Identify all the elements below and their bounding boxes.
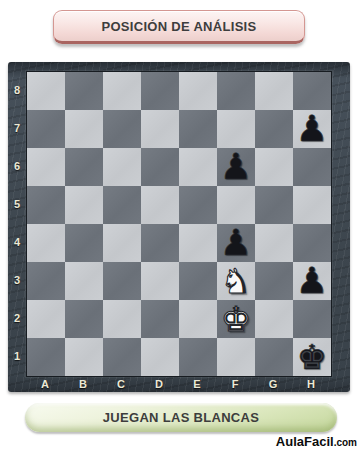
square-g1[interactable] bbox=[255, 338, 293, 376]
square-c8[interactable] bbox=[103, 72, 141, 110]
square-b6[interactable] bbox=[65, 148, 103, 186]
square-a4[interactable] bbox=[27, 224, 65, 262]
page: POSICIÓN DE ANÁLISIS 87654321 ♟♟♟♞♟♚♚ AB… bbox=[0, 0, 362, 452]
brand-name: AulaFacil bbox=[276, 434, 334, 449]
square-h6[interactable] bbox=[293, 148, 331, 186]
square-a5[interactable] bbox=[27, 186, 65, 224]
square-c1[interactable] bbox=[103, 338, 141, 376]
square-a6[interactable] bbox=[27, 148, 65, 186]
square-f3[interactable]: ♞ bbox=[217, 262, 255, 300]
turn-banner-label: JUEGAN LAS BLANCAS bbox=[103, 410, 259, 425]
file-label-b: B bbox=[64, 375, 102, 392]
square-d5[interactable] bbox=[141, 186, 179, 224]
square-f8[interactable] bbox=[217, 72, 255, 110]
square-c2[interactable] bbox=[103, 300, 141, 338]
square-a8[interactable] bbox=[27, 72, 65, 110]
black-pawn-h3: ♟ bbox=[296, 262, 328, 300]
square-d1[interactable] bbox=[141, 338, 179, 376]
square-e7[interactable] bbox=[179, 110, 217, 148]
black-pawn-f6: ♟ bbox=[220, 148, 252, 186]
square-f7[interactable] bbox=[217, 110, 255, 148]
square-b3[interactable] bbox=[65, 262, 103, 300]
square-f2[interactable]: ♚ bbox=[217, 300, 255, 338]
square-g3[interactable] bbox=[255, 262, 293, 300]
chess-board: 87654321 ♟♟♟♞♟♚♚ ABCDEFGH bbox=[8, 62, 350, 392]
brand-watermark: AulaFacil.com bbox=[276, 432, 357, 450]
square-h2[interactable] bbox=[293, 300, 331, 338]
rank-label-6: 6 bbox=[8, 147, 26, 185]
chess-board-grid: ♟♟♟♞♟♚♚ bbox=[26, 71, 332, 377]
square-d4[interactable] bbox=[141, 224, 179, 262]
square-b7[interactable] bbox=[65, 110, 103, 148]
rank-label-7: 7 bbox=[8, 109, 26, 147]
square-c4[interactable] bbox=[103, 224, 141, 262]
file-label-h: H bbox=[292, 375, 330, 392]
square-b1[interactable] bbox=[65, 338, 103, 376]
square-b5[interactable] bbox=[65, 186, 103, 224]
rank-label-4: 4 bbox=[8, 223, 26, 261]
analysis-title: POSICIÓN DE ANÁLISIS bbox=[101, 19, 256, 34]
square-f4[interactable]: ♟ bbox=[217, 224, 255, 262]
square-b4[interactable] bbox=[65, 224, 103, 262]
file-label-c: C bbox=[102, 375, 140, 392]
square-d7[interactable] bbox=[141, 110, 179, 148]
square-f6[interactable]: ♟ bbox=[217, 148, 255, 186]
file-label-e: E bbox=[178, 375, 216, 392]
black-king-h1: ♚ bbox=[297, 338, 327, 376]
square-h3[interactable]: ♟ bbox=[293, 262, 331, 300]
square-b8[interactable] bbox=[65, 72, 103, 110]
square-h5[interactable] bbox=[293, 186, 331, 224]
square-d2[interactable] bbox=[141, 300, 179, 338]
square-a3[interactable] bbox=[27, 262, 65, 300]
file-label-g: G bbox=[254, 375, 292, 392]
rank-label-1: 1 bbox=[8, 337, 26, 375]
square-h8[interactable] bbox=[293, 72, 331, 110]
square-d6[interactable] bbox=[141, 148, 179, 186]
file-labels: ABCDEFGH bbox=[26, 375, 330, 392]
rank-label-2: 2 bbox=[8, 299, 26, 337]
square-f5[interactable] bbox=[217, 186, 255, 224]
square-e2[interactable] bbox=[179, 300, 217, 338]
white-knight-f3: ♞ bbox=[221, 262, 251, 300]
square-e1[interactable] bbox=[179, 338, 217, 376]
square-h7[interactable]: ♟ bbox=[293, 110, 331, 148]
turn-banner: JUEGAN LAS BLANCAS bbox=[25, 403, 337, 432]
square-g8[interactable] bbox=[255, 72, 293, 110]
analysis-title-banner: POSICIÓN DE ANÁLISIS bbox=[53, 10, 305, 44]
rank-label-3: 3 bbox=[8, 261, 26, 299]
square-b2[interactable] bbox=[65, 300, 103, 338]
square-g5[interactable] bbox=[255, 186, 293, 224]
square-a7[interactable] bbox=[27, 110, 65, 148]
brand-domain-suffix: .com bbox=[334, 437, 357, 448]
white-king-f2: ♚ bbox=[221, 300, 251, 338]
square-a1[interactable] bbox=[27, 338, 65, 376]
rank-labels: 87654321 bbox=[8, 71, 26, 375]
square-g2[interactable] bbox=[255, 300, 293, 338]
square-g6[interactable] bbox=[255, 148, 293, 186]
square-h1[interactable]: ♚ bbox=[293, 338, 331, 376]
square-e4[interactable] bbox=[179, 224, 217, 262]
file-label-a: A bbox=[26, 375, 64, 392]
square-c6[interactable] bbox=[103, 148, 141, 186]
square-c7[interactable] bbox=[103, 110, 141, 148]
square-d3[interactable] bbox=[141, 262, 179, 300]
black-pawn-f4: ♟ bbox=[220, 224, 252, 262]
square-f1[interactable] bbox=[217, 338, 255, 376]
square-e3[interactable] bbox=[179, 262, 217, 300]
square-g4[interactable] bbox=[255, 224, 293, 262]
square-g7[interactable] bbox=[255, 110, 293, 148]
rank-label-8: 8 bbox=[8, 71, 26, 109]
square-a2[interactable] bbox=[27, 300, 65, 338]
file-label-d: D bbox=[140, 375, 178, 392]
file-label-f: F bbox=[216, 375, 254, 392]
rank-label-5: 5 bbox=[8, 185, 26, 223]
black-pawn-h7: ♟ bbox=[296, 110, 328, 148]
square-c3[interactable] bbox=[103, 262, 141, 300]
square-h4[interactable] bbox=[293, 224, 331, 262]
square-d8[interactable] bbox=[141, 72, 179, 110]
square-c5[interactable] bbox=[103, 186, 141, 224]
square-e8[interactable] bbox=[179, 72, 217, 110]
square-e5[interactable] bbox=[179, 186, 217, 224]
square-e6[interactable] bbox=[179, 148, 217, 186]
